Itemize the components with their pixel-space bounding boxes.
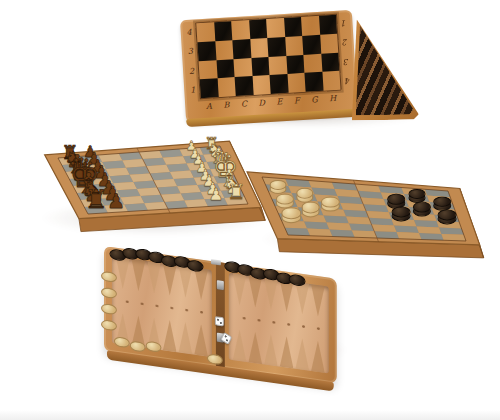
checkers-board-square[interactable] [352,230,377,238]
chess-board-square[interactable] [133,181,157,190]
checkers-board-square[interactable] [417,227,442,234]
backgammon-checker-light[interactable] [101,271,117,284]
checkers-board-square[interactable] [304,222,330,230]
backgammon-checker-light[interactable] [207,353,223,366]
die[interactable] [220,332,232,345]
chess-board-square[interactable] [210,168,234,177]
chess-board-square[interactable] [174,178,198,187]
checkers-board-square[interactable] [439,228,464,235]
chess-board-square[interactable] [102,161,126,170]
chess-board-square[interactable] [170,171,194,180]
chess-board-square[interactable] [81,199,105,207]
checkers-board-square[interactable] [372,225,397,233]
backgammon-checker-light[interactable] [101,287,117,300]
chess-board-square[interactable] [161,193,185,202]
chess-board-square[interactable] [121,196,145,204]
chess-board-square[interactable] [146,165,170,174]
page-bottom-strip [0,410,500,420]
checkers-board-square[interactable] [391,219,416,227]
chess-board-square[interactable] [86,169,110,178]
checkers-board-square[interactable] [389,212,414,220]
chess-board-square[interactable] [177,185,201,194]
checkers-board-square[interactable] [282,221,308,229]
checkers-board-square[interactable] [324,216,350,224]
checkers-board-square[interactable] [272,199,298,208]
checkers-board-square[interactable] [369,218,394,226]
backgammon-checker-dark[interactable] [187,259,204,272]
chess-board-square[interactable] [77,192,101,200]
checkers-board-square[interactable] [275,206,301,214]
checkers-board-square[interactable] [434,215,459,223]
chess-board-square[interactable] [82,162,106,171]
chess-board-square[interactable] [183,155,207,164]
chess-board-square[interactable] [221,190,245,199]
chess-board-square[interactable] [166,163,190,172]
chess-board-square[interactable] [181,192,205,201]
chess-board-square[interactable] [187,162,211,171]
chess-board-square[interactable] [203,153,227,162]
chess-board-square[interactable] [62,164,86,173]
chess-board-square[interactable] [197,184,221,193]
checkers-board-square[interactable] [307,229,332,237]
chess-board-square[interactable] [97,190,121,198]
chess-board-square[interactable] [110,175,134,184]
checkers-board-square[interactable] [414,220,439,228]
chess-board-square[interactable] [89,176,113,184]
chess-board-square[interactable] [207,161,231,170]
chess-board-square[interactable] [117,189,141,197]
chess-board-square[interactable] [150,172,174,181]
backgammon-checker-light[interactable] [146,341,162,354]
checkers-board-square[interactable] [278,213,304,221]
chess-board-square[interactable] [126,166,150,175]
checkers-board-square[interactable] [349,224,374,232]
checkers-board-square[interactable] [346,217,371,225]
chess-board-square[interactable] [69,178,93,186]
die[interactable] [215,316,224,326]
chess-board-square[interactable] [217,182,241,191]
checkers-board-square[interactable] [343,210,369,218]
backgammon-checker-light[interactable] [101,303,117,316]
product-photo: 4321 4321 ABCDEFGH ♜♞♝♛♚♝♞♜♟♟♟♟♟♟♟♟♟♟♟♟♟… [0,0,500,420]
backgammon-checker-light[interactable] [114,336,130,349]
backgammon-checker-light[interactable] [101,319,117,332]
chess-board-square[interactable] [201,191,225,200]
chess-board-square[interactable] [93,183,117,191]
chess-board-square[interactable] [214,175,238,184]
chess-board-square[interactable] [73,185,97,193]
backgammon-checker-light[interactable] [130,340,146,353]
checkers-board-square[interactable] [301,214,327,222]
chess-board-square[interactable] [154,179,178,188]
chess-board-square[interactable] [141,195,165,203]
checkers-board-square[interactable] [327,223,352,231]
chess-board-square[interactable] [113,182,137,190]
checkers-board-square[interactable] [285,228,311,236]
chess-board-square[interactable] [106,168,130,177]
chess-board-square[interactable] [194,176,218,185]
chess-board-square[interactable] [163,156,187,165]
chess-board-square[interactable] [66,171,90,179]
backgammon-checker-dark[interactable] [289,273,306,286]
checkers-board-square[interactable] [394,226,419,234]
checkers-board-square[interactable] [298,207,324,215]
chess-board-square[interactable] [101,197,125,205]
chess-board-square[interactable] [130,173,154,182]
chess-board-square[interactable] [190,169,214,178]
